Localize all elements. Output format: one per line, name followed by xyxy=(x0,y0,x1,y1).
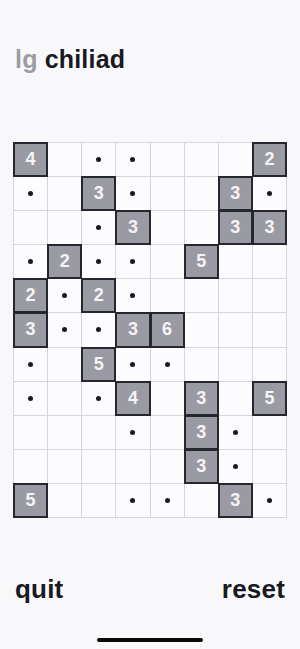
board-cell-r1c7[interactable] xyxy=(219,143,252,176)
board-cell-r1c1[interactable]: 4 xyxy=(14,143,47,176)
dot-marker xyxy=(130,259,135,264)
puzzle-name-label: chiliad xyxy=(45,45,126,73)
board-cell-r11c1[interactable]: 5 xyxy=(14,484,47,517)
board-cell-r11c5[interactable] xyxy=(151,484,184,517)
board-cell-r3c6[interactable] xyxy=(185,211,218,244)
board-cell-r2c5[interactable] xyxy=(151,177,184,210)
board-cell-r10c3[interactable] xyxy=(82,450,115,483)
board-cell-r8c4[interactable]: 4 xyxy=(116,382,149,415)
page-title: lgchiliad xyxy=(15,44,125,74)
board-cell-r5c3[interactable]: 2 xyxy=(82,279,115,312)
dot-marker xyxy=(165,498,170,503)
board-cell-r9c5[interactable] xyxy=(151,416,184,449)
dot-marker xyxy=(130,430,135,435)
dot-marker xyxy=(96,396,101,401)
board-cell-r2c2[interactable] xyxy=(48,177,81,210)
board-cell-r3c7[interactable]: 3 xyxy=(219,211,252,244)
board-cell-r3c2[interactable] xyxy=(48,211,81,244)
board-cell-r7c6[interactable] xyxy=(185,348,218,381)
dot-marker xyxy=(130,362,135,367)
board-cell-r7c4[interactable] xyxy=(116,348,149,381)
board-cell-r6c2[interactable] xyxy=(48,313,81,346)
board-cell-r11c3[interactable] xyxy=(82,484,115,517)
dot-marker xyxy=(130,293,135,298)
board-cell-r1c2[interactable] xyxy=(48,143,81,176)
dot-marker xyxy=(96,225,101,230)
board-cell-r3c3[interactable] xyxy=(82,211,115,244)
board-cell-r2c8[interactable] xyxy=(253,177,286,210)
board-cell-r5c4[interactable] xyxy=(116,279,149,312)
reset-button[interactable]: reset xyxy=(222,574,285,605)
board-cell-r9c1[interactable] xyxy=(14,416,47,449)
board-cell-r8c3[interactable] xyxy=(82,382,115,415)
dot-marker xyxy=(130,498,135,503)
board-cell-r1c4[interactable] xyxy=(116,143,149,176)
board-cell-r8c8[interactable]: 5 xyxy=(253,382,286,415)
board-cell-r4c6[interactable]: 5 xyxy=(185,245,218,278)
board-cell-r9c6[interactable]: 3 xyxy=(185,416,218,449)
board-cell-r8c5[interactable] xyxy=(151,382,184,415)
board-cell-r1c5[interactable] xyxy=(151,143,184,176)
board-cell-r1c3[interactable] xyxy=(82,143,115,176)
board-cell-r2c1[interactable] xyxy=(14,177,47,210)
dot-marker xyxy=(28,259,33,264)
board-cell-r7c7[interactable] xyxy=(219,348,252,381)
dot-marker xyxy=(28,396,33,401)
dot-marker xyxy=(165,362,170,367)
dot-marker xyxy=(96,259,101,264)
board-cell-r11c8[interactable] xyxy=(253,484,286,517)
dot-marker xyxy=(62,327,67,332)
board-cell-r4c4[interactable] xyxy=(116,245,149,278)
board-cell-r4c3[interactable] xyxy=(82,245,115,278)
board-cell-r6c6[interactable] xyxy=(185,313,218,346)
board-cell-r11c6[interactable] xyxy=(185,484,218,517)
board-cell-r5c5[interactable] xyxy=(151,279,184,312)
board-cell-r7c8[interactable] xyxy=(253,348,286,381)
board-cell-r6c1[interactable]: 3 xyxy=(14,313,47,346)
board-cell-r2c3[interactable]: 3 xyxy=(82,177,115,210)
board-cell-r6c3[interactable] xyxy=(82,313,115,346)
board-cell-r7c5[interactable] xyxy=(151,348,184,381)
board-cell-r10c6[interactable]: 3 xyxy=(185,450,218,483)
board-cell-r8c2[interactable] xyxy=(48,382,81,415)
board-cell-r4c2[interactable]: 2 xyxy=(48,245,81,278)
board-cell-r9c3[interactable] xyxy=(82,416,115,449)
board-cell-r2c6[interactable] xyxy=(185,177,218,210)
dot-marker xyxy=(96,327,101,332)
board-cell-r5c8[interactable] xyxy=(253,279,286,312)
board-cell-r1c8[interactable]: 2 xyxy=(253,143,286,176)
board-cell-r5c2[interactable] xyxy=(48,279,81,312)
dot-marker xyxy=(96,157,101,162)
board-cell-r2c7[interactable]: 3 xyxy=(219,177,252,210)
quit-button[interactable]: quit xyxy=(15,574,63,605)
board-cell-r3c5[interactable] xyxy=(151,211,184,244)
puzzle-pack-label: lg xyxy=(15,45,38,73)
dot-marker xyxy=(28,191,33,196)
board-cell-r10c2[interactable] xyxy=(48,450,81,483)
board-cell-r6c4[interactable]: 3 xyxy=(116,313,149,346)
board-cell-r7c1[interactable] xyxy=(14,348,47,381)
board-cell-r6c8[interactable] xyxy=(253,313,286,346)
board-cell-r6c5[interactable]: 6 xyxy=(151,313,184,346)
board-cell-r9c8[interactable] xyxy=(253,416,286,449)
board-cell-r10c5[interactable] xyxy=(151,450,184,483)
dot-marker xyxy=(130,157,135,162)
board-cell-r4c1[interactable] xyxy=(14,245,47,278)
board-cell-r5c1[interactable]: 2 xyxy=(14,279,47,312)
board-cell-r5c7[interactable] xyxy=(219,279,252,312)
app-screen: lgchiliad 4233333252233654353353 quit re… xyxy=(0,0,300,649)
dot-marker xyxy=(233,464,238,469)
board-cell-r4c7[interactable] xyxy=(219,245,252,278)
board-cell-r7c2[interactable] xyxy=(48,348,81,381)
board-cell-r8c6[interactable]: 3 xyxy=(185,382,218,415)
board-cell-r9c4[interactable] xyxy=(116,416,149,449)
dot-marker xyxy=(62,293,67,298)
board-cell-r4c8[interactable] xyxy=(253,245,286,278)
board-cell-r10c4[interactable] xyxy=(116,450,149,483)
dot-marker xyxy=(130,191,135,196)
puzzle-board: 4233333252233654353353 xyxy=(13,142,287,518)
board-cell-r10c8[interactable] xyxy=(253,450,286,483)
footer-bar: quit reset xyxy=(0,574,300,605)
board-cell-r3c1[interactable] xyxy=(14,211,47,244)
board-cell-r3c4[interactable]: 3 xyxy=(116,211,149,244)
board-cell-r10c1[interactable] xyxy=(14,450,47,483)
board-cell-r9c2[interactable] xyxy=(48,416,81,449)
board-cell-r9c7[interactable] xyxy=(219,416,252,449)
board-cell-r11c2[interactable] xyxy=(48,484,81,517)
board-cell-r6c7[interactable] xyxy=(219,313,252,346)
dot-marker xyxy=(267,191,272,196)
dot-marker xyxy=(267,498,272,503)
board-cell-r11c4[interactable] xyxy=(116,484,149,517)
board-cell-r10c7[interactable] xyxy=(219,450,252,483)
board-cell-r4c5[interactable] xyxy=(151,245,184,278)
board-cell-r2c4[interactable] xyxy=(116,177,149,210)
board-cell-r7c3[interactable]: 5 xyxy=(82,348,115,381)
board-cell-r1c6[interactable] xyxy=(185,143,218,176)
board-cell-r8c1[interactable] xyxy=(14,382,47,415)
board-cell-r11c7[interactable]: 3 xyxy=(219,484,252,517)
board-cell-r8c7[interactable] xyxy=(219,382,252,415)
dot-marker xyxy=(28,362,33,367)
board-cell-r5c6[interactable] xyxy=(185,279,218,312)
board-cell-r3c8[interactable]: 3 xyxy=(253,211,286,244)
dot-marker xyxy=(233,430,238,435)
home-indicator[interactable] xyxy=(97,638,203,642)
